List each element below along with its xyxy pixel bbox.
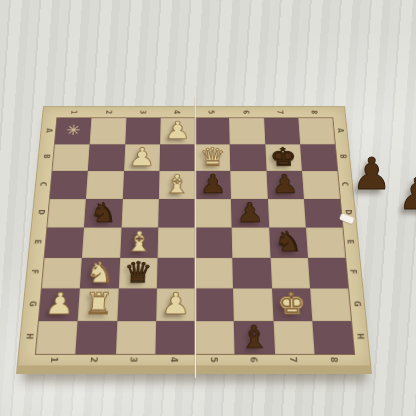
square-g1: ♟ <box>39 288 80 320</box>
piece-white-queen-b5: ♛ <box>199 144 226 169</box>
square-c6 <box>231 171 268 199</box>
square-g6 <box>233 288 273 320</box>
square-e7: ♞ <box>269 228 308 258</box>
file-label-left-g: G <box>27 301 36 307</box>
file-label-left-h: H <box>24 333 33 339</box>
piece-white-bishop-e3: ♝ <box>124 228 153 256</box>
star-emblem: ✳ <box>65 122 81 139</box>
piece-white-knight-f2: ♞ <box>85 258 115 287</box>
square-b1 <box>52 144 89 171</box>
square-b3: ♟ <box>124 144 160 171</box>
square-c1 <box>50 171 88 199</box>
piece-white-pawn-b3: ♟ <box>128 144 156 169</box>
square-f8 <box>308 257 348 288</box>
file-label-left-d: D <box>36 210 45 215</box>
square-f4 <box>157 257 195 288</box>
piece-black-pawn-c7: ♟ <box>270 171 299 197</box>
piece-black-knight-d2: ♞ <box>89 199 118 226</box>
square-a7 <box>264 118 300 144</box>
square-b8 <box>300 144 337 171</box>
board-frame: 12345678 12345678 ABCDEFGH ABCDEFGH ✳♟♟♛… <box>16 106 372 374</box>
square-e4 <box>157 228 195 258</box>
file-label-left-a: A <box>44 128 52 132</box>
piece-black-pawn-d6: ♟ <box>236 199 265 226</box>
rank-label-bottom-6: 6 <box>249 357 259 363</box>
rank-label-top-3: 3 <box>139 110 147 114</box>
rank-label-bottom-2: 2 <box>89 357 99 363</box>
file-label-right-b: B <box>338 154 346 158</box>
square-g4: ♟ <box>156 288 195 320</box>
square-h7 <box>273 321 314 354</box>
square-f2: ♞ <box>80 257 120 288</box>
square-f6 <box>233 257 272 288</box>
rank-label-bottom-5: 5 <box>209 357 219 363</box>
piece-white-pawn-g1: ♟ <box>44 289 76 319</box>
file-label-right-c: C <box>341 182 349 186</box>
square-b6 <box>230 144 266 171</box>
rank-label-top-7: 7 <box>276 110 284 114</box>
piece-white-pawn-a4: ♟ <box>164 118 191 142</box>
piece-white-rook-g2: ♜ <box>83 289 114 319</box>
file-label-right-e: E <box>346 239 355 243</box>
rank-label-bottom-7: 7 <box>289 357 299 363</box>
square-a2 <box>90 118 126 144</box>
square-g8 <box>310 288 351 320</box>
file-label-right-g: G <box>352 301 361 307</box>
rank-label-top-4: 4 <box>173 110 181 114</box>
square-f7 <box>270 257 310 288</box>
square-d2: ♞ <box>84 199 122 228</box>
square-h4 <box>155 321 195 354</box>
square-a3 <box>125 118 161 144</box>
square-d5 <box>195 199 232 228</box>
rank-label-bottom-3: 3 <box>129 357 139 363</box>
square-c5: ♟ <box>195 171 231 199</box>
square-c3 <box>122 171 159 199</box>
rank-label-bottom-4: 4 <box>169 357 179 363</box>
square-h8 <box>312 321 354 354</box>
file-label-left-c: C <box>39 182 47 186</box>
square-f3: ♛ <box>118 257 157 288</box>
square-a8 <box>298 118 335 144</box>
square-b7: ♚ <box>265 144 302 171</box>
square-h3 <box>115 321 156 354</box>
rank-label-top-8: 8 <box>310 110 318 114</box>
file-label-left-f: F <box>30 270 39 275</box>
square-f5 <box>195 257 233 288</box>
rank-label-top-6: 6 <box>242 110 250 114</box>
square-e3: ♝ <box>120 228 158 258</box>
square-a1: ✳ <box>55 118 92 144</box>
piece-white-bishop-c4: ♝ <box>163 171 190 197</box>
file-label-right-h: H <box>355 333 364 339</box>
board-fold-seam <box>194 97 197 378</box>
piece-white-pawn-g4: ♟ <box>161 289 191 319</box>
square-b2 <box>88 144 125 171</box>
square-b4 <box>159 144 195 171</box>
square-h6: ♝ <box>234 321 275 354</box>
square-h1 <box>36 321 78 354</box>
square-a4: ♟ <box>160 118 195 144</box>
piece-black-knight-e7: ♞ <box>273 228 303 256</box>
captured-black-piece-partial: ♟ <box>398 172 416 216</box>
square-d6: ♟ <box>231 199 269 228</box>
piece-black-pawn-c5: ♟ <box>199 171 227 197</box>
square-c8 <box>302 171 340 199</box>
square-d3 <box>121 199 159 228</box>
file-label-right-a: A <box>336 128 344 132</box>
file-label-left-b: B <box>42 154 50 158</box>
square-d1 <box>47 199 86 228</box>
piece-black-king-b7: ♚ <box>269 144 297 169</box>
piece-black-queen-f3: ♛ <box>123 258 153 287</box>
square-e1 <box>45 228 85 258</box>
photo-scene: 12345678 12345678 ABCDEFGH ABCDEFGH ✳♟♟♛… <box>0 0 416 416</box>
square-a6 <box>229 118 265 144</box>
chess-board: 12345678 12345678 ABCDEFGH ABCDEFGH ✳♟♟♛… <box>16 106 372 374</box>
file-label-right-f: F <box>349 270 358 275</box>
square-b5: ♛ <box>195 144 231 171</box>
square-g3 <box>117 288 157 320</box>
square-h2 <box>76 321 117 354</box>
square-f1 <box>42 257 82 288</box>
square-h5 <box>195 321 235 354</box>
square-g2: ♜ <box>78 288 118 320</box>
piece-white-king-g7: ♚ <box>276 289 307 319</box>
rank-label-bottom-8: 8 <box>329 357 339 363</box>
square-d7 <box>267 199 305 228</box>
square-e8 <box>306 228 346 258</box>
square-g7: ♚ <box>272 288 313 320</box>
file-label-left-e: E <box>33 239 42 243</box>
captured-black-pawn: ♟ <box>352 152 391 196</box>
square-d4 <box>158 199 195 228</box>
square-g5 <box>195 288 234 320</box>
rank-label-top-2: 2 <box>104 110 112 114</box>
square-c2 <box>86 171 124 199</box>
rank-label-bottom-1: 1 <box>49 357 59 363</box>
square-e2 <box>82 228 121 258</box>
square-e6 <box>232 228 270 258</box>
square-e5 <box>195 228 233 258</box>
square-c4: ♝ <box>159 171 195 199</box>
rank-label-top-5: 5 <box>207 110 215 114</box>
square-c7: ♟ <box>266 171 304 199</box>
piece-black-bishop-h6: ♝ <box>239 321 270 352</box>
rank-label-top-1: 1 <box>70 110 78 114</box>
square-d8 <box>304 199 343 228</box>
square-a5 <box>195 118 230 144</box>
